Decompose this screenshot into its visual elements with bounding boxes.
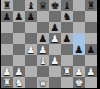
square-h6[interactable] bbox=[85, 22, 97, 33]
square-e6[interactable]: ♟ bbox=[49, 22, 61, 33]
black-pawn-icon: ♟ bbox=[27, 11, 36, 22]
square-b2[interactable]: ♟ bbox=[13, 66, 25, 77]
square-f6[interactable] bbox=[61, 22, 73, 33]
board-bottom-border bbox=[0, 88, 100, 89]
square-d8[interactable]: ♛ bbox=[37, 0, 49, 11]
square-b5[interactable] bbox=[13, 33, 25, 44]
black-pawn-icon: ♟ bbox=[15, 11, 24, 22]
square-f1[interactable] bbox=[61, 77, 73, 88]
square-g8[interactable] bbox=[73, 0, 85, 11]
square-g4[interactable]: ♟ bbox=[73, 44, 85, 55]
square-h4[interactable]: ♟ bbox=[85, 44, 97, 55]
white-pawn-icon: ♟ bbox=[51, 33, 60, 44]
square-a5[interactable] bbox=[1, 33, 13, 44]
black-king-icon: ♚ bbox=[51, 0, 60, 11]
square-f5[interactable]: ♟ bbox=[61, 33, 73, 44]
black-bishop-icon: ♝ bbox=[63, 0, 72, 11]
square-b6[interactable] bbox=[13, 22, 25, 33]
square-f7[interactable]: ♞ bbox=[61, 11, 73, 22]
square-e8[interactable]: ♚ bbox=[49, 0, 61, 11]
white-rook-icon: ♜ bbox=[3, 77, 12, 88]
square-a6[interactable] bbox=[1, 22, 13, 33]
white-pawn-icon: ♟ bbox=[3, 66, 12, 77]
white-king-icon: ♚ bbox=[75, 77, 84, 88]
square-h7[interactable] bbox=[85, 11, 97, 22]
square-d4[interactable]: ♟ bbox=[37, 44, 49, 55]
square-e3[interactable]: ♟ bbox=[49, 55, 61, 66]
square-e4[interactable] bbox=[49, 44, 61, 55]
white-pawn-icon: ♟ bbox=[75, 66, 84, 77]
square-b8[interactable] bbox=[13, 0, 25, 11]
square-f3[interactable] bbox=[61, 55, 73, 66]
square-a2[interactable]: ♟ bbox=[1, 66, 13, 77]
square-f4[interactable] bbox=[61, 44, 73, 55]
square-c8[interactable]: ♝ bbox=[25, 0, 37, 11]
black-pawn-icon: ♟ bbox=[39, 33, 48, 44]
square-c2[interactable] bbox=[25, 66, 37, 77]
square-c7[interactable]: ♟ bbox=[25, 11, 37, 22]
square-g2[interactable]: ♟ bbox=[73, 66, 85, 77]
black-pawn-icon: ♟ bbox=[87, 44, 96, 55]
square-h3[interactable] bbox=[85, 55, 97, 66]
square-a4[interactable] bbox=[1, 44, 13, 55]
square-c4[interactable]: ♟ bbox=[25, 44, 37, 55]
square-d1[interactable]: ♛ bbox=[37, 77, 49, 88]
black-rook-icon: ♜ bbox=[3, 0, 12, 11]
square-h8[interactable]: ♜ bbox=[85, 0, 97, 11]
white-pawn-icon: ♟ bbox=[15, 66, 24, 77]
square-g7[interactable] bbox=[73, 11, 85, 22]
white-pawn-icon: ♟ bbox=[51, 55, 60, 66]
square-a1[interactable]: ♜ bbox=[1, 77, 13, 88]
black-pawn-icon: ♟ bbox=[75, 44, 84, 55]
square-h5[interactable] bbox=[85, 33, 97, 44]
white-bishop-icon: ♝ bbox=[39, 55, 48, 66]
square-b7[interactable]: ♟ bbox=[13, 11, 25, 22]
square-c1[interactable] bbox=[25, 77, 37, 88]
square-g1[interactable]: ♚ bbox=[73, 77, 85, 88]
square-d5[interactable]: ♟ bbox=[37, 33, 49, 44]
square-d7[interactable] bbox=[37, 11, 49, 22]
white-pawn-icon: ♟ bbox=[87, 66, 96, 77]
black-knight-icon: ♞ bbox=[63, 11, 72, 22]
white-pawn-icon: ♟ bbox=[27, 44, 36, 55]
square-e7[interactable] bbox=[49, 11, 61, 22]
square-a7[interactable]: ♟ bbox=[1, 11, 13, 22]
square-g5[interactable] bbox=[73, 33, 85, 44]
square-a3[interactable] bbox=[1, 55, 13, 66]
square-d6[interactable] bbox=[37, 22, 49, 33]
white-knight-icon: ♞ bbox=[15, 77, 24, 88]
square-g6[interactable] bbox=[73, 22, 85, 33]
black-pawn-icon: ♟ bbox=[3, 11, 12, 22]
square-c6[interactable] bbox=[25, 22, 37, 33]
square-e1[interactable] bbox=[49, 77, 61, 88]
white-queen-icon: ♛ bbox=[39, 77, 48, 88]
square-h1[interactable] bbox=[85, 77, 97, 88]
black-pawn-icon: ♟ bbox=[51, 22, 60, 33]
square-b1[interactable]: ♞ bbox=[13, 77, 25, 88]
white-rook-icon: ♜ bbox=[63, 66, 72, 77]
square-a8[interactable]: ♜ bbox=[1, 0, 13, 11]
square-e5[interactable]: ♟ bbox=[49, 33, 61, 44]
chess-board[interactable]: ♜♝♛♚♝♜♟♟♟♞♟♟♟♟♟♟♟♟♝♟♟♟♜♟♟♜♞♛♚ bbox=[1, 0, 97, 88]
square-e2[interactable] bbox=[49, 66, 61, 77]
square-b4[interactable] bbox=[13, 44, 25, 55]
white-pawn-icon: ♟ bbox=[39, 44, 48, 55]
black-queen-icon: ♛ bbox=[39, 0, 48, 11]
square-c3[interactable] bbox=[25, 55, 37, 66]
square-d3[interactable]: ♝ bbox=[37, 55, 49, 66]
square-f8[interactable]: ♝ bbox=[61, 0, 73, 11]
square-d2[interactable] bbox=[37, 66, 49, 77]
square-h2[interactable]: ♟ bbox=[85, 66, 97, 77]
black-pawn-icon: ♟ bbox=[63, 33, 72, 44]
square-g3[interactable] bbox=[73, 55, 85, 66]
square-f2[interactable]: ♜ bbox=[61, 66, 73, 77]
square-c5[interactable] bbox=[25, 33, 37, 44]
black-bishop-icon: ♝ bbox=[27, 0, 36, 11]
black-rook-icon: ♜ bbox=[87, 0, 96, 11]
square-b3[interactable] bbox=[13, 55, 25, 66]
